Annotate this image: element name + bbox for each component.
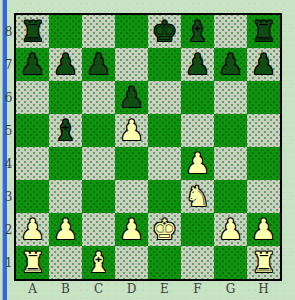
rank-label-2: 2 [3, 213, 14, 246]
square-g6[interactable] [214, 81, 247, 114]
file-label-g: G [214, 281, 247, 297]
square-b6[interactable] [49, 81, 82, 114]
square-f6[interactable] [181, 81, 214, 114]
rank-label-7: 7 [3, 48, 14, 81]
piece-white-pawn[interactable]: ♟ [214, 213, 247, 246]
square-d5[interactable]: ♟ [115, 114, 148, 147]
square-e3[interactable] [148, 180, 181, 213]
square-f2[interactable] [181, 213, 214, 246]
square-c6[interactable] [82, 81, 115, 114]
file-label-a: A [16, 281, 49, 297]
square-d4[interactable] [115, 147, 148, 180]
piece-white-pawn[interactable]: ♟ [115, 213, 148, 246]
square-f7[interactable]: ♟ [181, 48, 214, 81]
square-g8[interactable] [214, 15, 247, 48]
rank-label-6: 6 [3, 81, 14, 114]
piece-black-rook[interactable]: ♜ [16, 15, 49, 48]
rank-labels: 87654321 [3, 15, 14, 279]
xboard-window: 87654321 ♜♚♝♜♟♟♟♟♟♟♟♝♟♟♞♟♟♟♚♟♟♜♝♜ ABCDEF… [0, 0, 295, 300]
square-h6[interactable] [247, 81, 280, 114]
square-f3[interactable]: ♞ [181, 180, 214, 213]
piece-black-pawn[interactable]: ♟ [115, 81, 148, 114]
square-g4[interactable] [214, 147, 247, 180]
piece-black-pawn[interactable]: ♟ [16, 48, 49, 81]
square-c5[interactable] [82, 114, 115, 147]
square-f5[interactable] [181, 114, 214, 147]
square-a4[interactable] [16, 147, 49, 180]
square-b7[interactable]: ♟ [49, 48, 82, 81]
square-g5[interactable] [214, 114, 247, 147]
piece-white-rook[interactable]: ♜ [247, 246, 280, 279]
square-e1[interactable] [148, 246, 181, 279]
square-d3[interactable] [115, 180, 148, 213]
square-c8[interactable] [82, 15, 115, 48]
piece-black-pawn[interactable]: ♟ [181, 48, 214, 81]
square-h8[interactable]: ♜ [247, 15, 280, 48]
square-b5[interactable]: ♝ [49, 114, 82, 147]
rank-label-3: 3 [3, 180, 14, 213]
piece-white-pawn[interactable]: ♟ [247, 213, 280, 246]
square-h7[interactable]: ♟ [247, 48, 280, 81]
piece-black-pawn[interactable]: ♟ [214, 48, 247, 81]
piece-white-rook[interactable]: ♜ [16, 246, 49, 279]
square-a2[interactable]: ♟ [16, 213, 49, 246]
piece-black-bishop[interactable]: ♝ [181, 15, 214, 48]
piece-black-bishop[interactable]: ♝ [49, 114, 82, 147]
square-h4[interactable] [247, 147, 280, 180]
square-h1[interactable]: ♜ [247, 246, 280, 279]
square-d2[interactable]: ♟ [115, 213, 148, 246]
square-b3[interactable] [49, 180, 82, 213]
piece-white-pawn[interactable]: ♟ [49, 213, 82, 246]
file-label-c: C [82, 281, 115, 297]
square-e2[interactable]: ♚ [148, 213, 181, 246]
file-label-f: F [181, 281, 214, 297]
square-a8[interactable]: ♜ [16, 15, 49, 48]
square-c2[interactable] [82, 213, 115, 246]
square-b8[interactable] [49, 15, 82, 48]
rank-label-5: 5 [3, 114, 14, 147]
square-a5[interactable] [16, 114, 49, 147]
square-b1[interactable] [49, 246, 82, 279]
square-b2[interactable]: ♟ [49, 213, 82, 246]
square-f1[interactable] [181, 246, 214, 279]
piece-black-pawn[interactable]: ♟ [247, 48, 280, 81]
piece-white-pawn[interactable]: ♟ [181, 147, 214, 180]
square-g3[interactable] [214, 180, 247, 213]
rank-label-8: 8 [3, 15, 14, 48]
square-h2[interactable]: ♟ [247, 213, 280, 246]
piece-white-king[interactable]: ♚ [148, 213, 181, 246]
square-e8[interactable]: ♚ [148, 15, 181, 48]
piece-white-pawn[interactable]: ♟ [16, 213, 49, 246]
square-a6[interactable] [16, 81, 49, 114]
square-e6[interactable] [148, 81, 181, 114]
square-g2[interactable]: ♟ [214, 213, 247, 246]
square-g1[interactable] [214, 246, 247, 279]
chess-board[interactable]: ♜♚♝♜♟♟♟♟♟♟♟♝♟♟♞♟♟♟♚♟♟♜♝♜ [14, 13, 282, 281]
piece-white-knight[interactable]: ♞ [181, 180, 214, 213]
square-d8[interactable] [115, 15, 148, 48]
square-a1[interactable]: ♜ [16, 246, 49, 279]
file-label-d: D [115, 281, 148, 297]
square-c3[interactable] [82, 180, 115, 213]
square-e4[interactable] [148, 147, 181, 180]
piece-black-rook[interactable]: ♜ [247, 15, 280, 48]
square-a7[interactable]: ♟ [16, 48, 49, 81]
square-a3[interactable] [16, 180, 49, 213]
square-d6[interactable]: ♟ [115, 81, 148, 114]
square-e5[interactable] [148, 114, 181, 147]
piece-white-pawn[interactable]: ♟ [115, 114, 148, 147]
square-d1[interactable] [115, 246, 148, 279]
square-c1[interactable]: ♝ [82, 246, 115, 279]
square-c4[interactable] [82, 147, 115, 180]
square-h3[interactable] [247, 180, 280, 213]
square-e7[interactable] [148, 48, 181, 81]
rank-label-1: 1 [3, 246, 14, 279]
piece-black-king[interactable]: ♚ [148, 15, 181, 48]
square-c7[interactable]: ♟ [82, 48, 115, 81]
piece-white-bishop[interactable]: ♝ [82, 246, 115, 279]
file-labels: ABCDEFGH [16, 281, 280, 297]
file-label-h: H [247, 281, 280, 297]
square-g7[interactable]: ♟ [214, 48, 247, 81]
file-label-b: B [49, 281, 82, 297]
piece-black-pawn[interactable]: ♟ [49, 48, 82, 81]
square-h5[interactable] [247, 114, 280, 147]
square-f4[interactable]: ♟ [181, 147, 214, 180]
square-b4[interactable] [49, 147, 82, 180]
piece-black-pawn[interactable]: ♟ [82, 48, 115, 81]
square-d7[interactable] [115, 48, 148, 81]
rank-label-4: 4 [3, 147, 14, 180]
file-label-e: E [148, 281, 181, 297]
square-f8[interactable]: ♝ [181, 15, 214, 48]
